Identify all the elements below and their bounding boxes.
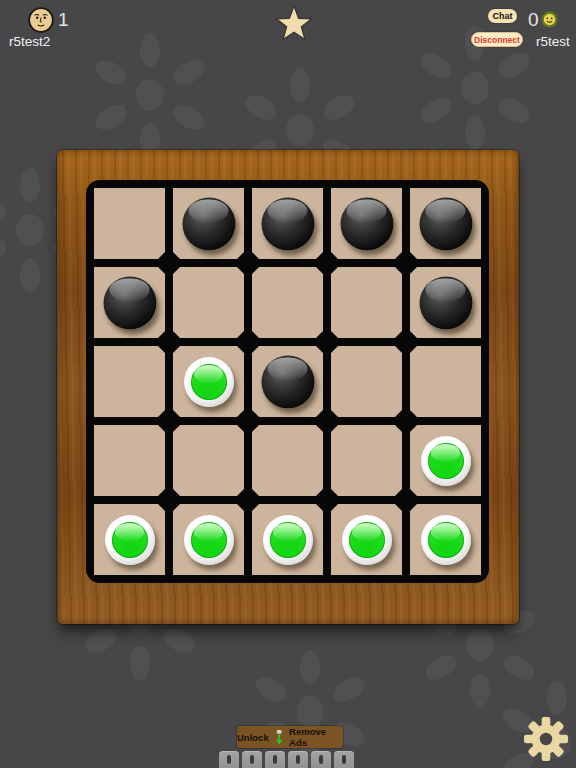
green-down-arrow-icon [274, 729, 284, 746]
black-piece[interactable] [340, 197, 393, 250]
piece-gloss [268, 200, 307, 223]
board-cell[interactable] [173, 425, 244, 496]
keyhole [227, 755, 231, 764]
locked-item padlock-icon[interactable] [219, 751, 239, 768]
black-piece[interactable] [103, 276, 156, 329]
chat-button-label: Chat [493, 11, 513, 21]
player-right-score: 0 [528, 9, 539, 31]
piece-gloss [115, 523, 144, 540]
locked-item padlock-icon[interactable] [265, 751, 285, 768]
settings-gear-button gear-icon[interactable] [523, 716, 569, 762]
unlock-remove-ads-button[interactable]: Unlock Remove Ads [237, 726, 343, 748]
disconnect-button-label: Disconnect [474, 35, 520, 45]
piece-gloss [189, 200, 228, 223]
board-cell[interactable] [252, 504, 323, 575]
keyhole [319, 755, 323, 764]
green-piece[interactable] [184, 515, 234, 565]
board-cell[interactable] [252, 267, 323, 338]
locked-items-row [219, 751, 354, 768]
black-piece[interactable] [419, 276, 472, 329]
piece-gloss [268, 358, 307, 381]
disconnect-button[interactable]: Disconnect [471, 32, 523, 47]
black-piece[interactable] [261, 355, 314, 408]
black-piece[interactable] [182, 197, 235, 250]
player-left-name: r5test2 [9, 34, 50, 49]
green-piece-ball [112, 522, 148, 558]
board-cell[interactable] [410, 504, 481, 575]
board-cell[interactable] [410, 425, 481, 496]
board-cell[interactable] [252, 346, 323, 417]
board-cell[interactable] [252, 425, 323, 496]
green-piece[interactable] [342, 515, 392, 565]
green-piece[interactable] [105, 515, 155, 565]
player-left-avatar face-icon [28, 7, 54, 33]
green-piece-ball [428, 522, 464, 558]
board-cell[interactable] [331, 346, 402, 417]
player-right-name: r5test [536, 34, 570, 49]
unlock-label: Unlock [237, 732, 269, 743]
locked-item padlock-icon[interactable] [242, 751, 262, 768]
green-piece[interactable] [263, 515, 313, 565]
board-cell[interactable] [331, 425, 402, 496]
player-right-avatar smiley-icon [541, 11, 558, 28]
board-cell[interactable] [94, 425, 165, 496]
board-grid [86, 180, 489, 583]
board-cell[interactable] [410, 267, 481, 338]
black-piece[interactable] [419, 197, 472, 250]
black-piece[interactable] [261, 197, 314, 250]
chat-button[interactable]: Chat [488, 9, 517, 23]
board-cell[interactable] [94, 504, 165, 575]
board-cell[interactable] [331, 188, 402, 259]
piece-gloss [110, 279, 149, 302]
green-piece[interactable] [421, 436, 471, 486]
board-cell[interactable] [331, 504, 402, 575]
game-board [57, 150, 519, 624]
star-icon [272, 4, 316, 44]
green-piece-ball [191, 364, 227, 400]
board-cell[interactable] [94, 267, 165, 338]
board-cell[interactable] [252, 188, 323, 259]
keyhole [273, 755, 277, 764]
piece-gloss [194, 365, 223, 382]
piece-gloss [194, 523, 223, 540]
piece-gloss [347, 200, 386, 223]
board-cell[interactable] [173, 504, 244, 575]
keyhole [296, 755, 300, 764]
green-piece-ball [191, 522, 227, 558]
board-cell[interactable] [94, 346, 165, 417]
locked-item padlock-icon[interactable] [288, 751, 308, 768]
board-cell[interactable] [410, 346, 481, 417]
piece-gloss [352, 523, 381, 540]
locked-item padlock-icon[interactable] [311, 751, 331, 768]
keyhole [250, 755, 254, 764]
board-cell[interactable] [94, 188, 165, 259]
board-cell[interactable] [173, 267, 244, 338]
green-piece[interactable] [421, 515, 471, 565]
green-piece-ball [270, 522, 306, 558]
keyhole [342, 755, 346, 764]
piece-gloss [273, 523, 302, 540]
green-piece-ball [349, 522, 385, 558]
piece-gloss [426, 279, 465, 302]
player-left-score: 1 [58, 9, 69, 31]
green-piece[interactable] [184, 357, 234, 407]
piece-gloss [431, 444, 460, 461]
green-piece-ball [428, 443, 464, 479]
board-cell[interactable] [410, 188, 481, 259]
piece-gloss [431, 523, 460, 540]
locked-item padlock-icon[interactable] [334, 751, 354, 768]
piece-gloss [426, 200, 465, 223]
board-cell[interactable] [331, 267, 402, 338]
board-cell[interactable] [173, 188, 244, 259]
board-cell[interactable] [173, 346, 244, 417]
remove-ads-label: Remove Ads [289, 726, 343, 748]
